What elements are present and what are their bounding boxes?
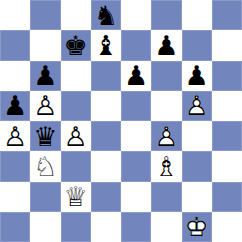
- piece-white-pawn[interactable]: ♟︎♙︎: [182, 91, 212, 121]
- square-e2[interactable]: [121, 182, 151, 212]
- square-f1[interactable]: [151, 212, 181, 242]
- bishop-outline-glyph: ♗︎: [151, 151, 181, 181]
- square-c4[interactable]: ♟︎♙︎: [61, 121, 91, 151]
- piece-black-knight[interactable]: ♞︎: [91, 0, 121, 30]
- piece-black-queen[interactable]: ♛︎: [30, 121, 60, 151]
- knight-glyph: ♞︎: [91, 0, 121, 30]
- square-d4[interactable]: [91, 121, 121, 151]
- square-g2[interactable]: [182, 182, 212, 212]
- pawn-glyph: ♟︎: [151, 30, 181, 60]
- piece-black-pawn[interactable]: ♟︎: [182, 61, 212, 91]
- pawn-outline-glyph: ♙︎: [182, 91, 212, 121]
- square-f3[interactable]: ♝︎♗︎: [151, 151, 181, 181]
- square-f4[interactable]: ♟︎♙︎: [151, 121, 181, 151]
- square-h5[interactable]: [212, 91, 242, 121]
- square-h1[interactable]: [212, 212, 242, 242]
- square-h4[interactable]: [212, 121, 242, 151]
- square-a5[interactable]: ♟︎: [0, 91, 30, 121]
- piece-black-pawn[interactable]: ♟︎: [30, 61, 60, 91]
- pawn-glyph: ♟︎: [0, 91, 30, 121]
- piece-white-pawn[interactable]: ♟︎♙︎: [61, 121, 91, 151]
- square-e8[interactable]: [121, 0, 151, 30]
- square-b8[interactable]: [30, 0, 60, 30]
- square-g7[interactable]: [182, 30, 212, 60]
- square-d3[interactable]: [91, 151, 121, 181]
- square-g6[interactable]: ♟︎: [182, 61, 212, 91]
- square-d6[interactable]: [91, 61, 121, 91]
- pawn-outline-glyph: ♙︎: [0, 121, 30, 151]
- queen-outline-glyph: ♕︎: [61, 182, 91, 212]
- square-f8[interactable]: [151, 0, 181, 30]
- square-c1[interactable]: [61, 212, 91, 242]
- square-e1[interactable]: [121, 212, 151, 242]
- square-e3[interactable]: [121, 151, 151, 181]
- square-a7[interactable]: [0, 30, 30, 60]
- square-b3[interactable]: ♞︎♘︎: [30, 151, 60, 181]
- square-d5[interactable]: [91, 91, 121, 121]
- square-f7[interactable]: ♟︎: [151, 30, 181, 60]
- piece-white-bishop[interactable]: ♝︎♗︎: [151, 151, 181, 181]
- square-h7[interactable]: [212, 30, 242, 60]
- square-h2[interactable]: [212, 182, 242, 212]
- bishop-glyph: ♝︎: [91, 30, 121, 60]
- queen-glyph: ♛︎: [30, 121, 60, 151]
- square-e5[interactable]: [121, 91, 151, 121]
- square-f5[interactable]: [151, 91, 181, 121]
- square-b2[interactable]: [30, 182, 60, 212]
- square-g1[interactable]: ♚︎♔︎: [182, 212, 212, 242]
- square-d8[interactable]: ♞︎: [91, 0, 121, 30]
- square-d2[interactable]: [91, 182, 121, 212]
- square-c2[interactable]: ♛︎♕︎: [61, 182, 91, 212]
- square-b1[interactable]: [30, 212, 60, 242]
- square-b6[interactable]: ♟︎: [30, 61, 60, 91]
- square-a4[interactable]: ♟︎♙︎: [0, 121, 30, 151]
- square-c6[interactable]: [61, 61, 91, 91]
- square-h6[interactable]: [212, 61, 242, 91]
- pawn-outline-glyph: ♙︎: [151, 121, 181, 151]
- king-outline-glyph: ♔︎: [182, 212, 212, 242]
- square-f2[interactable]: [151, 182, 181, 212]
- piece-black-bishop[interactable]: ♝︎: [91, 30, 121, 60]
- square-b5[interactable]: ♟︎♙︎: [30, 91, 60, 121]
- pawn-outline-glyph: ♙︎: [61, 121, 91, 151]
- piece-black-pawn[interactable]: ♟︎: [151, 30, 181, 60]
- piece-black-pawn[interactable]: ♟︎: [121, 61, 151, 91]
- chess-board: ♞︎♚︎♝︎♟︎♟︎♟︎♟︎♟︎♟︎♙︎♟︎♙︎♟︎♙︎♛︎♟︎♙︎♟︎♙︎♞︎…: [0, 0, 242, 242]
- king-glyph: ♚︎: [61, 30, 91, 60]
- pawn-glyph: ♟︎: [121, 61, 151, 91]
- square-a6[interactable]: [0, 61, 30, 91]
- square-e4[interactable]: [121, 121, 151, 151]
- square-d7[interactable]: ♝︎: [91, 30, 121, 60]
- piece-white-pawn[interactable]: ♟︎♙︎: [30, 91, 60, 121]
- pawn-glyph: ♟︎: [182, 61, 212, 91]
- square-b7[interactable]: [30, 30, 60, 60]
- square-a2[interactable]: [0, 182, 30, 212]
- square-b4[interactable]: ♛︎: [30, 121, 60, 151]
- square-g5[interactable]: ♟︎♙︎: [182, 91, 212, 121]
- square-c7[interactable]: ♚︎: [61, 30, 91, 60]
- piece-white-king[interactable]: ♚︎♔︎: [182, 212, 212, 242]
- piece-white-pawn[interactable]: ♟︎♙︎: [0, 121, 30, 151]
- square-c8[interactable]: [61, 0, 91, 30]
- square-d1[interactable]: [91, 212, 121, 242]
- square-a1[interactable]: [0, 212, 30, 242]
- square-c5[interactable]: [61, 91, 91, 121]
- square-g3[interactable]: [182, 151, 212, 181]
- square-a8[interactable]: [0, 0, 30, 30]
- square-e6[interactable]: ♟︎: [121, 61, 151, 91]
- square-h8[interactable]: [212, 0, 242, 30]
- piece-white-pawn[interactable]: ♟︎♙︎: [151, 121, 181, 151]
- piece-white-queen[interactable]: ♛︎♕︎: [61, 182, 91, 212]
- square-g8[interactable]: [182, 0, 212, 30]
- piece-black-pawn[interactable]: ♟︎: [0, 91, 30, 121]
- square-a3[interactable]: [0, 151, 30, 181]
- square-g4[interactable]: [182, 121, 212, 151]
- piece-black-king[interactable]: ♚︎: [61, 30, 91, 60]
- square-e7[interactable]: [121, 30, 151, 60]
- square-f6[interactable]: [151, 61, 181, 91]
- knight-outline-glyph: ♘︎: [30, 151, 60, 181]
- square-h3[interactable]: [212, 151, 242, 181]
- square-c3[interactable]: [61, 151, 91, 181]
- pawn-glyph: ♟︎: [30, 61, 60, 91]
- piece-white-knight[interactable]: ♞︎♘︎: [30, 151, 60, 181]
- pawn-outline-glyph: ♙︎: [30, 91, 60, 121]
